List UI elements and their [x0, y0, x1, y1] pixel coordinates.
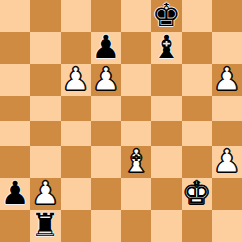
piece-black-pawn[interactable]: ♟ [92, 31, 121, 63]
square-a2[interactable]: ♟ [0, 178, 30, 210]
square-b4[interactable] [30, 121, 60, 146]
square-f4[interactable] [151, 121, 181, 146]
piece-white-pawn[interactable]: ♟ [213, 63, 242, 95]
piece-black-pawn[interactable]: ♟ [1, 177, 30, 209]
piece-black-rook[interactable]: ♜ [31, 209, 60, 241]
square-b1[interactable]: ♜ [30, 210, 60, 242]
square-f7[interactable]: ♝ [151, 32, 181, 64]
square-a5[interactable] [0, 96, 30, 121]
square-h5[interactable] [212, 96, 242, 121]
piece-white-pawn[interactable]: ♟ [92, 63, 121, 95]
square-e1[interactable] [121, 210, 151, 242]
square-a4[interactable] [0, 121, 30, 146]
square-f5[interactable] [151, 96, 181, 121]
square-b8[interactable] [30, 0, 60, 32]
square-g2[interactable]: ♚ [182, 178, 212, 210]
square-d4[interactable] [91, 121, 121, 146]
square-c3[interactable] [61, 146, 91, 178]
square-f6[interactable] [151, 64, 181, 96]
square-a8[interactable] [0, 0, 30, 32]
square-e7[interactable] [121, 32, 151, 64]
square-g8[interactable] [182, 0, 212, 32]
square-e3[interactable]: ♝ [121, 146, 151, 178]
piece-black-king[interactable]: ♚ [152, 0, 181, 31]
square-c2[interactable] [61, 178, 91, 210]
piece-black-bishop[interactable]: ♝ [152, 31, 181, 63]
square-e2[interactable] [121, 178, 151, 210]
piece-white-king[interactable]: ♚ [182, 177, 211, 209]
square-h2[interactable] [212, 178, 242, 210]
square-c8[interactable] [61, 0, 91, 32]
square-b5[interactable] [30, 96, 60, 121]
piece-white-pawn[interactable]: ♟ [213, 145, 242, 177]
chess-board: ♚♟♝♟♟♟♝♟♟♟♚♜ [0, 0, 242, 242]
square-b7[interactable] [30, 32, 60, 64]
square-e5[interactable] [121, 96, 151, 121]
piece-white-pawn[interactable]: ♟ [61, 63, 90, 95]
square-b6[interactable] [30, 64, 60, 96]
square-g5[interactable] [182, 96, 212, 121]
square-h1[interactable] [212, 210, 242, 242]
piece-white-pawn[interactable]: ♟ [31, 177, 60, 209]
square-c5[interactable] [61, 96, 91, 121]
square-d3[interactable] [91, 146, 121, 178]
square-e8[interactable] [121, 0, 151, 32]
square-c1[interactable] [61, 210, 91, 242]
square-f3[interactable] [151, 146, 181, 178]
square-h8[interactable] [212, 0, 242, 32]
square-e6[interactable] [121, 64, 151, 96]
square-h3[interactable]: ♟ [212, 146, 242, 178]
square-g1[interactable] [182, 210, 212, 242]
piece-white-bishop[interactable]: ♝ [122, 145, 151, 177]
square-g4[interactable] [182, 121, 212, 146]
square-d6[interactable]: ♟ [91, 64, 121, 96]
square-d2[interactable] [91, 178, 121, 210]
square-g6[interactable] [182, 64, 212, 96]
square-h6[interactable]: ♟ [212, 64, 242, 96]
square-c6[interactable]: ♟ [61, 64, 91, 96]
square-f1[interactable] [151, 210, 181, 242]
square-a7[interactable] [0, 32, 30, 64]
square-d1[interactable] [91, 210, 121, 242]
square-a6[interactable] [0, 64, 30, 96]
square-d5[interactable] [91, 96, 121, 121]
square-f2[interactable] [151, 178, 181, 210]
square-a1[interactable] [0, 210, 30, 242]
square-g7[interactable] [182, 32, 212, 64]
square-c4[interactable] [61, 121, 91, 146]
